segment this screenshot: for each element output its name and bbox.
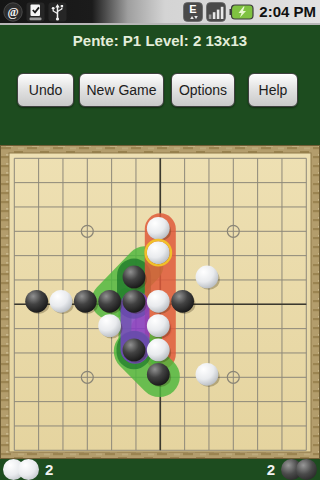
options-button[interactable]: Options xyxy=(171,73,235,107)
black-stone xyxy=(98,290,121,313)
white-stone xyxy=(196,363,219,386)
capture-bar: 2 2 xyxy=(0,459,320,480)
pente-app-screen: @ E xyxy=(0,0,320,480)
undo-button[interactable]: Undo xyxy=(17,73,74,107)
title-bar: Pente: P1 Level: 2 13x13 xyxy=(0,25,320,55)
white-stone xyxy=(147,217,170,240)
white-stone xyxy=(50,290,73,313)
black-stone xyxy=(171,290,194,313)
black-stone xyxy=(147,363,170,386)
signal-strength-icon xyxy=(206,2,226,22)
black-stone xyxy=(123,266,146,289)
system-status-icons: E 2:04 PM xyxy=(183,2,320,22)
new-game-button[interactable]: New Game xyxy=(79,73,164,107)
edge-data-icon: E xyxy=(183,2,203,22)
email-at-icon: @ xyxy=(3,2,23,22)
clock: 2:04 PM xyxy=(257,3,316,20)
white-stone xyxy=(147,314,170,337)
white-stone xyxy=(98,314,121,337)
usb-icon xyxy=(48,2,67,22)
white-stone xyxy=(147,241,170,264)
white-captures: 2 xyxy=(0,459,53,480)
battery-charging-icon xyxy=(229,4,254,20)
black-captures: 2 xyxy=(267,459,320,480)
black-stone xyxy=(25,290,48,313)
black-stone xyxy=(123,339,146,362)
notification-icons: @ xyxy=(0,2,183,22)
svg-text:@: @ xyxy=(7,5,18,19)
status-bar: @ E xyxy=(0,0,320,25)
white-stone xyxy=(147,339,170,362)
black-stone xyxy=(74,290,97,313)
white-stone-icon xyxy=(18,459,39,480)
white-stone xyxy=(196,266,219,289)
black-stone-icon xyxy=(296,459,317,480)
svg-text:E: E xyxy=(190,3,197,15)
help-button[interactable]: Help xyxy=(248,73,298,107)
black-stone xyxy=(123,290,146,313)
black-capture-count: 2 xyxy=(267,461,275,478)
white-stone xyxy=(147,290,170,313)
white-capture-count: 2 xyxy=(45,461,53,478)
download-complete-icon xyxy=(26,2,45,22)
page-title: Pente: P1 Level: 2 13x13 xyxy=(73,32,247,49)
game-board[interactable] xyxy=(0,145,320,459)
